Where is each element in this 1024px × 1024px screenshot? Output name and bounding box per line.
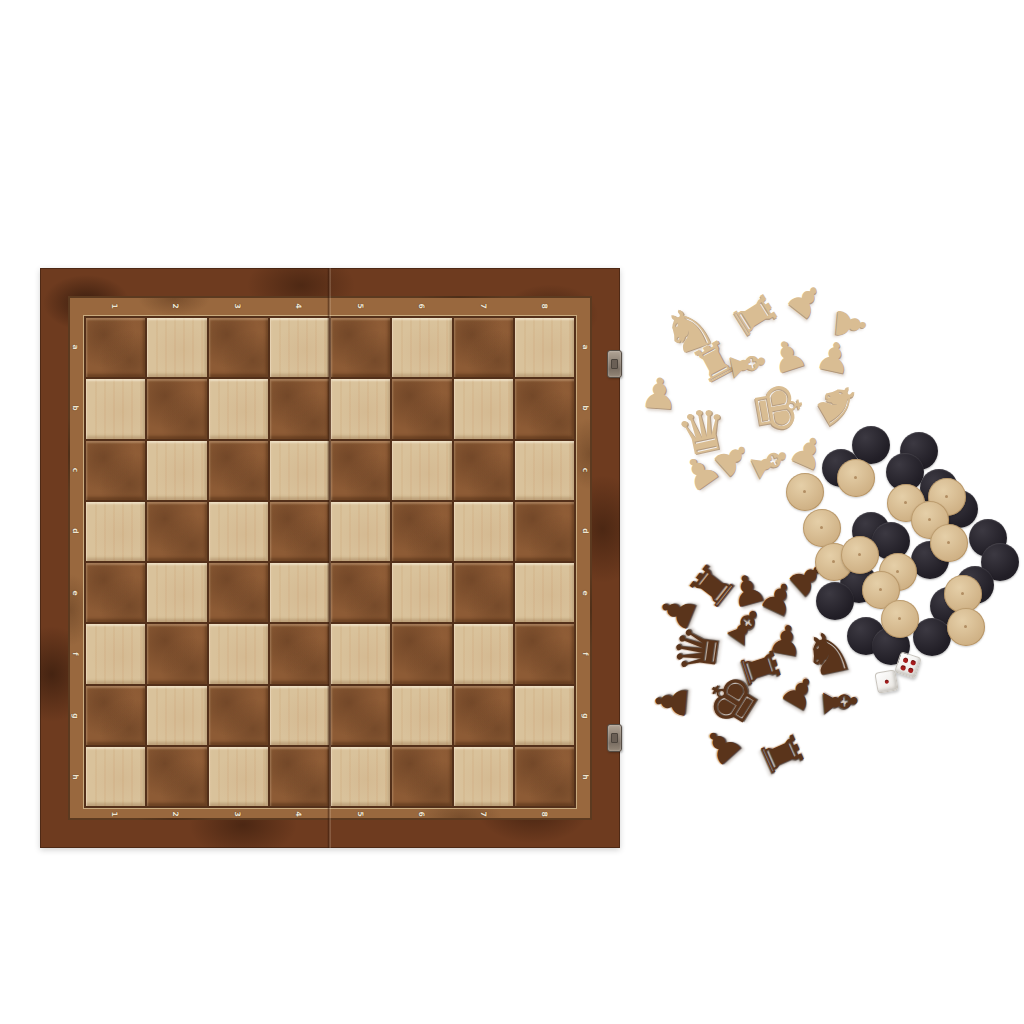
chess-board: 1122334455667788aabbccddeeffgghh [40,268,620,848]
square-h8[interactable] [515,747,574,806]
square-b5[interactable] [331,379,390,438]
coord-bottom-3: 3 [231,807,245,821]
coord-top-1: 1 [108,299,122,313]
die-pip [900,665,906,671]
coord-left-d: d [69,524,83,538]
square-b2[interactable] [147,379,206,438]
coord-left-f: f [69,647,83,661]
coord-right-d: d [579,524,593,538]
coord-left-g: g [69,709,83,723]
coord-top-5: 5 [354,299,368,313]
dark-rook[interactable]: ♜ [750,722,813,785]
natural-checker-disc[interactable] [841,536,879,574]
square-b7[interactable] [454,379,513,438]
square-b3[interactable] [209,379,268,438]
coord-right-f: f [579,647,593,661]
coord-right-h: h [579,770,593,784]
square-g2[interactable] [147,686,206,745]
square-a6[interactable] [392,318,451,377]
square-f3[interactable] [209,624,268,683]
square-c7[interactable] [454,441,513,500]
square-d1[interactable] [86,502,145,561]
square-a1[interactable] [86,318,145,377]
square-a2[interactable] [147,318,206,377]
square-h3[interactable] [209,747,268,806]
coord-top-4: 4 [292,299,306,313]
square-e8[interactable] [515,563,574,622]
coord-top-8: 8 [538,299,552,313]
square-b6[interactable] [392,379,451,438]
black-checker-disc[interactable] [816,582,854,620]
square-c8[interactable] [515,441,574,500]
dark-bishop[interactable]: ♝ [815,677,865,727]
square-d2[interactable] [147,502,206,561]
coord-bottom-6: 6 [415,807,429,821]
square-b1[interactable] [86,379,145,438]
square-e4[interactable] [270,563,329,622]
square-c1[interactable] [86,441,145,500]
square-a7[interactable] [454,318,513,377]
coord-bottom-5: 5 [354,807,368,821]
square-g7[interactable] [454,686,513,745]
coord-left-e: e [69,586,83,600]
square-d6[interactable] [392,502,451,561]
coord-top-6: 6 [415,299,429,313]
square-c5[interactable] [331,441,390,500]
coord-right-g: g [579,709,593,723]
square-a3[interactable] [209,318,268,377]
natural-checker-disc[interactable] [786,473,824,511]
coord-right-b: b [579,401,593,415]
natural-checker-disc[interactable] [930,524,968,562]
coord-bottom-2: 2 [169,807,183,821]
square-d4[interactable] [270,502,329,561]
square-d8[interactable] [515,502,574,561]
die-pip [910,660,916,666]
natural-checker-disc[interactable] [947,608,985,646]
coord-left-c: c [69,463,83,477]
square-g8[interactable] [515,686,574,745]
coord-right-c: c [579,463,593,477]
die-pip [903,657,909,663]
square-f4[interactable] [270,624,329,683]
square-c2[interactable] [147,441,206,500]
square-d5[interactable] [331,502,390,561]
square-e7[interactable] [454,563,513,622]
square-c3[interactable] [209,441,268,500]
square-c4[interactable] [270,441,329,500]
square-g4[interactable] [270,686,329,745]
die-showing-4[interactable] [894,651,922,679]
square-a4[interactable] [270,318,329,377]
square-a5[interactable] [331,318,390,377]
coord-right-e: e [579,586,593,600]
coord-left-a: a [69,340,83,354]
square-h4[interactable] [270,747,329,806]
square-f5[interactable] [331,624,390,683]
square-f7[interactable] [454,624,513,683]
square-a8[interactable] [515,318,574,377]
coord-top-7: 7 [477,299,491,313]
coord-bottom-7: 7 [477,807,491,821]
square-h1[interactable] [86,747,145,806]
square-g3[interactable] [209,686,268,745]
square-b8[interactable] [515,379,574,438]
square-e6[interactable] [392,563,451,622]
square-f8[interactable] [515,624,574,683]
metal-clasp-2[interactable] [607,724,622,752]
black-checker-disc[interactable] [913,618,951,656]
square-g1[interactable] [86,686,145,745]
coord-bottom-4: 4 [292,807,306,821]
coord-bottom-8: 8 [538,807,552,821]
square-e2[interactable] [147,563,206,622]
square-g5[interactable] [331,686,390,745]
square-c6[interactable] [392,441,451,500]
die-pip [908,667,914,673]
coord-top-2: 2 [169,299,183,313]
square-d3[interactable] [209,502,268,561]
square-e1[interactable] [86,563,145,622]
square-e5[interactable] [331,563,390,622]
square-d7[interactable] [454,502,513,561]
square-h2[interactable] [147,747,206,806]
square-e3[interactable] [209,563,268,622]
square-b4[interactable] [270,379,329,438]
square-f2[interactable] [147,624,206,683]
square-h6[interactable] [392,747,451,806]
die-pip [883,678,888,683]
product-photo-scene: 1122334455667788aabbccddeeffgghh ♞♜♟♟♟♟♜… [0,0,1024,1024]
coord-bottom-1: 1 [108,807,122,821]
coord-right-a: a [579,340,593,354]
board-playing-field [84,316,576,808]
square-g6[interactable] [392,686,451,745]
square-f6[interactable] [392,624,451,683]
coord-left-h: h [69,770,83,784]
coord-top-3: 3 [231,299,245,313]
natural-checker-disc[interactable] [881,600,919,638]
natural-checker-disc[interactable] [837,459,875,497]
square-h7[interactable] [454,747,513,806]
square-f1[interactable] [86,624,145,683]
die-showing-1[interactable] [874,669,898,693]
coord-left-b: b [69,401,83,415]
natural-checker-disc[interactable] [803,509,841,547]
metal-clasp-1[interactable] [607,350,622,378]
square-h5[interactable] [331,747,390,806]
